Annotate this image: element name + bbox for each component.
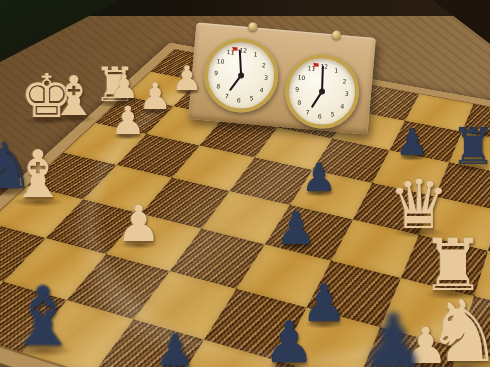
piece-black-pawn-f3[interactable]: ♟ [155, 328, 195, 367]
dial-numeral: 4 [257, 85, 266, 94]
dial-numeral: 8 [295, 98, 304, 107]
chess-photo-scene: 121234567891011⚑ 121234567891011⚑ ♚♝♜♟♟♟… [0, 0, 490, 367]
piece-black-pawn-b7[interactable]: ♟ [395, 124, 428, 161]
dial-numeral: 3 [262, 73, 271, 82]
piece-black-pawn-c5[interactable]: ♟ [276, 206, 316, 251]
piece-black-pawn-e5[interactable]: ♟ [263, 314, 314, 367]
piece-black-rook-a8[interactable]: ♜ [451, 122, 490, 172]
dial-numeral: 5 [328, 110, 337, 119]
dial-numeral: 1 [332, 67, 341, 76]
dial-numeral: 6 [235, 96, 244, 105]
dial-numeral: 2 [340, 77, 349, 86]
piece-black-bishop-f2[interactable]: ♝ [6, 276, 80, 358]
piece-white-bishop-b2[interactable]: ♝ [49, 69, 98, 124]
dial-numeral: 8 [214, 82, 223, 91]
dial-numeral: 4 [338, 102, 347, 111]
dial-numeral: 7 [303, 108, 312, 117]
dial-center-pin [238, 72, 245, 79]
piece-black-knight-e1[interactable]: ♞ [0, 134, 35, 198]
dial-numeral: 10 [216, 57, 225, 66]
dial-numeral: 7 [222, 92, 231, 101]
piece-white-pawn-a3[interactable]: ♟ [172, 61, 202, 95]
piece-white-pawn-e4[interactable]: ♟ [117, 199, 162, 249]
piece-white-pawn-d3[interactable]: ♟ [111, 101, 146, 140]
dial-numeral: 3 [343, 89, 352, 98]
clock-press-button-right[interactable] [332, 30, 342, 40]
clock-press-button-left[interactable] [248, 22, 258, 32]
dial-numeral: 1 [251, 51, 260, 60]
dial-numeral: 10 [297, 73, 306, 82]
dial-numeral: 6 [316, 112, 325, 121]
piece-black-pawn-b6[interactable]: ♟ [302, 158, 337, 197]
dial-center-pin [319, 88, 326, 95]
clock-dial-left: 121234567891011⚑ [201, 35, 281, 115]
piece-black-pawn-h7[interactable]: ♟ [359, 304, 427, 367]
dial-numeral: 9 [212, 69, 221, 78]
dial-numeral: 5 [247, 94, 256, 103]
chess-clock[interactable]: 121234567891011⚑ 121234567891011⚑ [188, 22, 376, 134]
clock-dial-right: 121234567891011⚑ [282, 51, 362, 131]
dial-numeral: 9 [293, 85, 302, 94]
dial-numeral: 2 [259, 61, 268, 70]
